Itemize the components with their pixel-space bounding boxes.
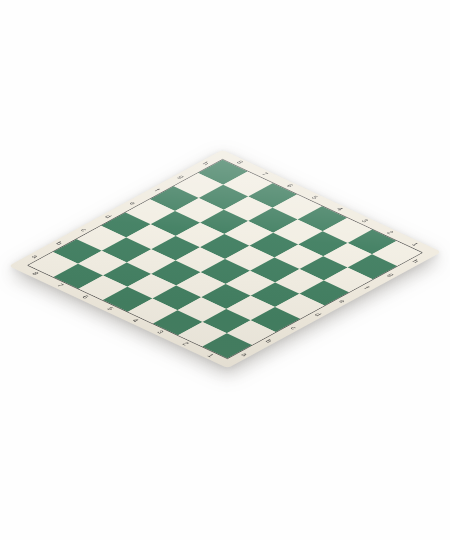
board-grid — [29, 160, 422, 358]
vinyl-mat: 87654321 87654321 hgfedcba hgfedcba — [9, 150, 442, 368]
chessboard: 87654321 87654321 hgfedcba hgfedcba — [9, 150, 442, 368]
board-border-line — [27, 159, 423, 359]
product-photo-stage: 87654321 87654321 hgfedcba hgfedcba — [0, 0, 450, 540]
